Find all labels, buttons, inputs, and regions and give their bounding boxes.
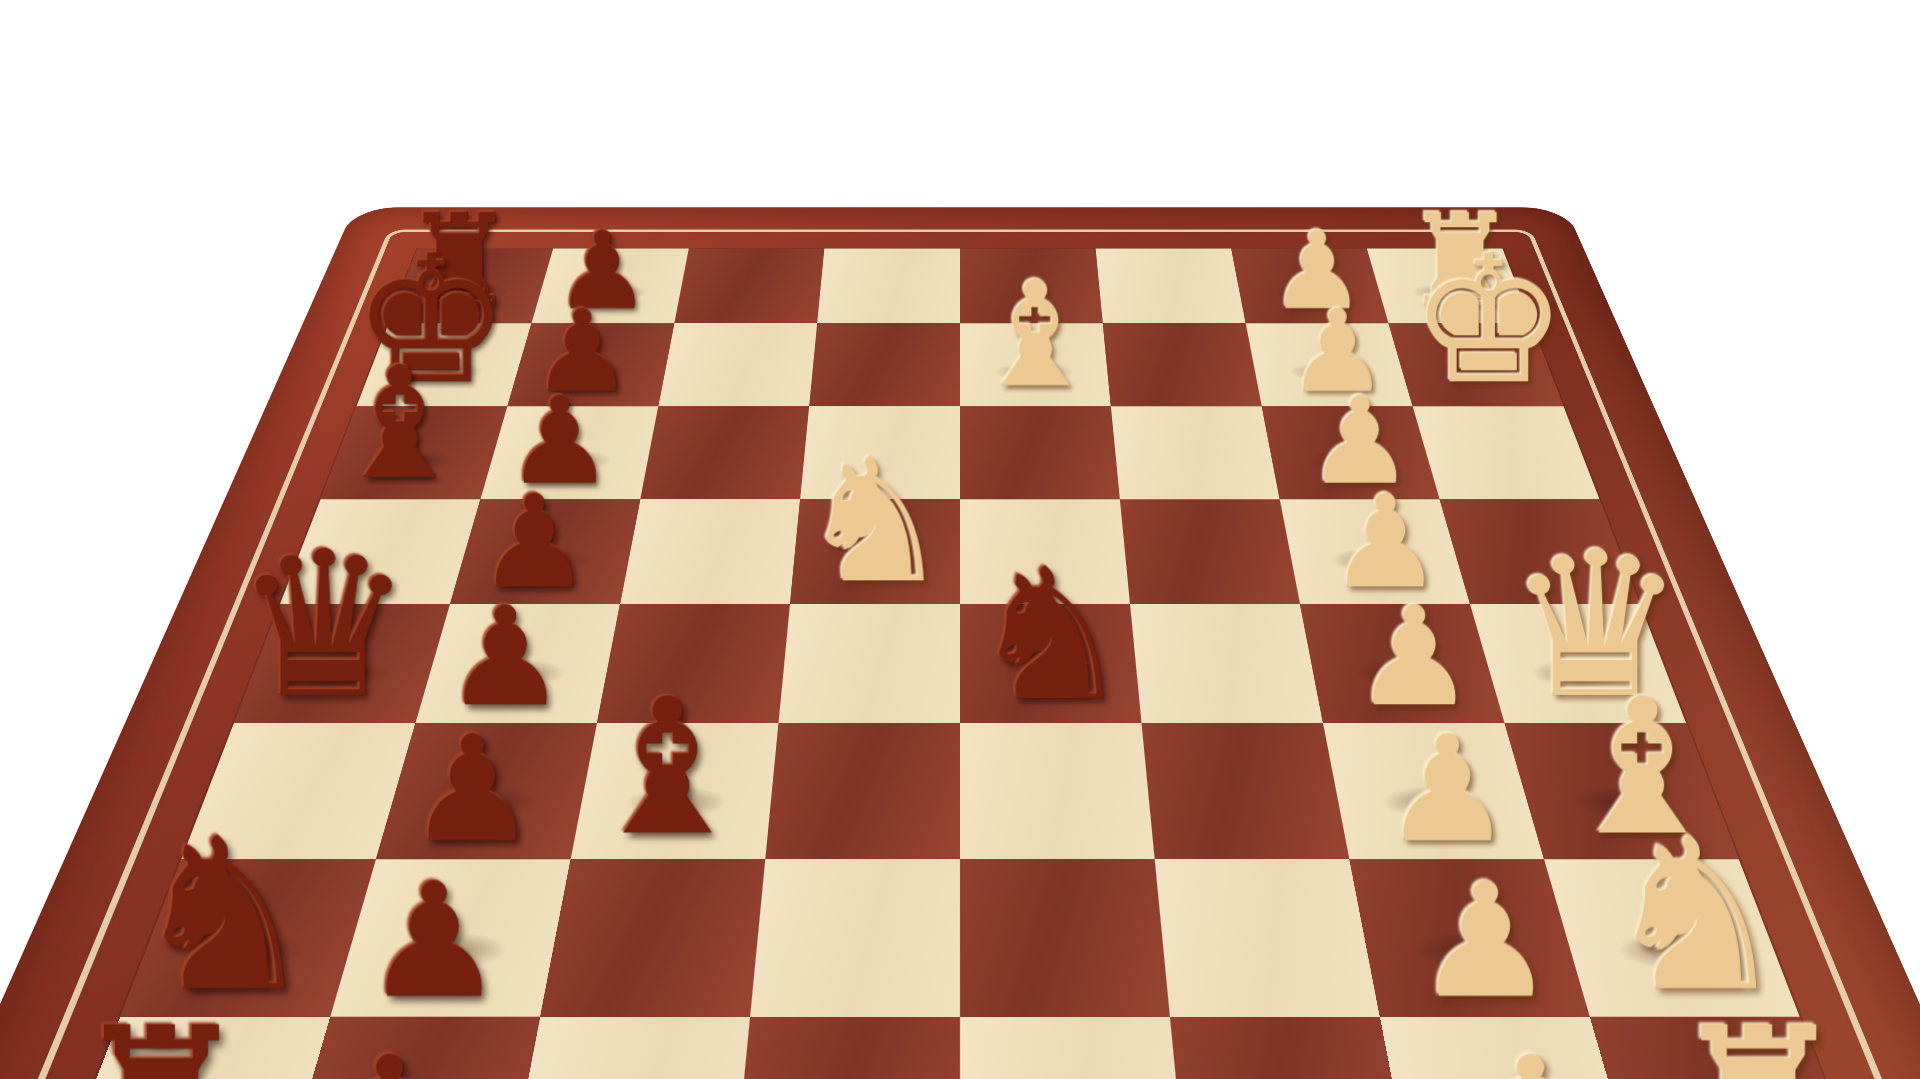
- square-h5[interactable]: [817, 249, 960, 324]
- square-f6[interactable]: [640, 406, 809, 499]
- piece-black-pawn-c7[interactable]: ♟: [407, 716, 539, 863]
- square-a8[interactable]: ♜: [49, 1017, 330, 1079]
- square-c2[interactable]: ♟: [1323, 723, 1544, 859]
- square-f3[interactable]: [1111, 406, 1280, 499]
- square-c3[interactable]: [1142, 723, 1350, 859]
- square-b3[interactable]: [1155, 859, 1380, 1017]
- square-a7[interactable]: ♟: [277, 1017, 540, 1079]
- piece-white-pawn-c2[interactable]: ♟: [1382, 716, 1514, 863]
- square-g4[interactable]: ♝: [960, 323, 1111, 406]
- piece-black-knight-d4[interactable]: ♞: [969, 544, 1132, 726]
- square-g3[interactable]: [1103, 323, 1262, 406]
- piece-black-bishop-c6[interactable]: ♝: [583, 675, 752, 863]
- square-a3[interactable]: [1170, 1017, 1416, 1079]
- square-e5[interactable]: ♞: [790, 499, 960, 604]
- square-b2[interactable]: ♟: [1349, 859, 1589, 1017]
- piece-black-queen-d8[interactable]: ♛: [234, 525, 414, 726]
- square-d5[interactable]: [778, 604, 960, 723]
- square-b7[interactable]: ♟: [330, 859, 570, 1017]
- piece-white-bishop-g4[interactable]: ♝: [970, 263, 1101, 409]
- piece-black-bishop-f8[interactable]: ♝: [330, 347, 468, 501]
- piece-white-pawn-b2[interactable]: ♟: [1415, 863, 1557, 1021]
- square-g1[interactable]: ♚: [1389, 323, 1564, 406]
- square-d3[interactable]: [1130, 604, 1323, 723]
- piece-black-rook-a8[interactable]: ♜: [70, 1002, 253, 1079]
- chess-board: ♜♟♟♜♚♟♝♟♚♝♟♟♟♞♟♛♟♞♟♛♟♝♟♝♞♟♟♞♜♟♟♜: [0, 207, 1920, 1079]
- square-g6[interactable]: [658, 323, 817, 406]
- piece-black-pawn-a7[interactable]: ♟: [312, 1034, 466, 1079]
- square-c6[interactable]: ♝: [571, 723, 779, 859]
- square-e6[interactable]: [620, 499, 800, 604]
- square-c7[interactable]: ♟: [376, 723, 597, 859]
- piece-white-knight-e5[interactable]: ♞: [799, 437, 952, 607]
- piece-black-pawn-b7[interactable]: ♟: [363, 863, 505, 1021]
- square-b5[interactable]: [750, 859, 960, 1017]
- square-c4[interactable]: [960, 723, 1155, 859]
- photo-scene: ♜♟♟♜♚♟♝♟♚♝♟♟♟♞♟♛♟♞♟♛♟♝♟♝♞♟♟♞♜♟♟♜: [0, 0, 1920, 1079]
- piece-white-rook-a1[interactable]: ♜: [1667, 1002, 1850, 1079]
- square-a5[interactable]: [732, 1017, 960, 1079]
- square-a6[interactable]: [505, 1017, 751, 1079]
- square-c5[interactable]: [765, 723, 960, 859]
- square-h3[interactable]: [1096, 249, 1246, 324]
- piece-white-king-g1[interactable]: ♚: [1410, 233, 1568, 409]
- square-b6[interactable]: [540, 859, 765, 1017]
- square-g5[interactable]: [809, 323, 960, 406]
- square-a1[interactable]: ♜: [1590, 1017, 1871, 1079]
- square-d4[interactable]: ♞: [960, 604, 1142, 723]
- square-f4[interactable]: [960, 406, 1120, 499]
- piece-white-pawn-a2[interactable]: ♟: [1453, 1034, 1607, 1079]
- square-a2[interactable]: ♟: [1380, 1017, 1643, 1079]
- square-b4[interactable]: [960, 859, 1170, 1017]
- square-h6[interactable]: [674, 249, 824, 324]
- square-e3[interactable]: [1120, 499, 1300, 604]
- square-a4[interactable]: [960, 1017, 1188, 1079]
